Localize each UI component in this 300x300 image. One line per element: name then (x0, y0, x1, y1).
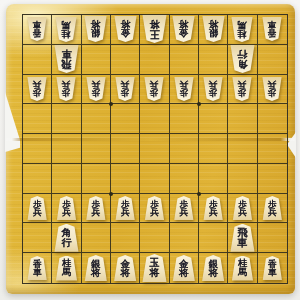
square-2-8[interactable]: 飛車 (228, 223, 257, 253)
piece-gote-gold[interactable]: 金将 (114, 16, 137, 42)
square-1-6[interactable] (258, 164, 287, 194)
piece-sente-pawn[interactable]: 歩兵 (86, 196, 106, 220)
square-8-3[interactable]: 歩兵 (52, 75, 81, 105)
square-5-4[interactable] (140, 104, 169, 134)
piece-face: 歩兵 (174, 77, 194, 101)
square-5-6[interactable] (140, 164, 169, 194)
square-7-1[interactable]: 銀将 (82, 15, 111, 45)
square-6-3[interactable]: 歩兵 (111, 75, 140, 105)
square-6-5[interactable] (111, 134, 140, 164)
piece-face: 歩兵 (203, 196, 223, 220)
piece-kanji: 車 (33, 21, 42, 29)
fold-gap-left (5, 92, 20, 152)
square-5-7[interactable]: 歩兵 (140, 194, 169, 224)
square-4-8[interactable] (170, 223, 199, 253)
piece-kanji: 将 (179, 20, 189, 29)
piece-kanji: 行 (61, 238, 71, 248)
square-9-7[interactable]: 歩兵 (23, 194, 52, 224)
piece-gote-gold[interactable]: 金将 (172, 16, 195, 42)
piece-kanji: 兵 (209, 81, 218, 89)
star-point (197, 102, 201, 106)
piece-kanji: 馬 (238, 21, 247, 30)
piece-gote-pawn[interactable]: 歩兵 (115, 77, 135, 101)
piece-gote-pawn[interactable]: 歩兵 (27, 77, 47, 101)
piece-kanji: 歩 (238, 89, 247, 97)
square-3-8[interactable] (199, 223, 228, 253)
piece-sente-silver[interactable]: 銀将 (84, 255, 107, 281)
square-3-3[interactable]: 歩兵 (199, 75, 228, 105)
piece-kanji: 将 (179, 268, 189, 277)
piece-face: 銀将 (84, 16, 107, 42)
piece-face: 銀将 (202, 16, 225, 42)
piece-kanji: 車 (33, 268, 42, 276)
piece-kanji: 香 (33, 29, 42, 37)
piece-gote-rook[interactable]: 飛車 (54, 45, 79, 73)
square-1-1[interactable]: 香車 (258, 15, 287, 45)
square-9-8[interactable] (23, 223, 52, 253)
piece-face: 歩兵 (144, 196, 164, 220)
piece-kanji: 兵 (92, 208, 101, 216)
piece-sente-pawn[interactable]: 歩兵 (203, 196, 223, 220)
piece-sente-gold[interactable]: 金将 (172, 255, 195, 281)
square-9-5[interactable] (23, 134, 52, 164)
piece-face: 歩兵 (115, 77, 135, 101)
piece-gote-pawn[interactable]: 歩兵 (86, 77, 106, 101)
square-4-7[interactable]: 歩兵 (170, 194, 199, 224)
piece-kanji: 飛 (61, 59, 71, 69)
piece-face: 歩兵 (56, 77, 76, 101)
piece-sente-rook[interactable]: 飛車 (230, 224, 255, 252)
piece-kanji: 歩 (180, 89, 189, 97)
square-1-8[interactable] (258, 223, 287, 253)
piece-kanji: 兵 (268, 81, 277, 89)
square-8-5[interactable] (52, 134, 81, 164)
square-4-9[interactable]: 金将 (170, 253, 199, 283)
square-2-4[interactable] (228, 104, 257, 134)
piece-kanji: 銀 (208, 29, 218, 38)
square-7-5[interactable] (82, 134, 111, 164)
star-point (109, 102, 113, 106)
piece-face: 銀将 (84, 255, 107, 281)
piece-kanji: 金 (120, 29, 130, 38)
square-4-4[interactable] (170, 104, 199, 134)
piece-sente-bishop[interactable]: 角行 (54, 224, 79, 252)
piece-sente-knight[interactable]: 桂馬 (55, 256, 77, 281)
piece-face: 金将 (114, 16, 137, 42)
piece-kanji: 兵 (150, 81, 159, 89)
piece-sente-knight[interactable]: 桂馬 (231, 256, 253, 281)
piece-face: 歩兵 (27, 196, 47, 220)
piece-face: 王将 (142, 15, 167, 43)
piece-gote-silver[interactable]: 銀将 (202, 16, 225, 42)
piece-kanji: 歩 (92, 89, 101, 97)
piece-gote-lance[interactable]: 香車 (262, 17, 282, 41)
piece-kanji: 行 (237, 49, 247, 59)
piece-kanji: 兵 (150, 208, 159, 216)
square-2-5[interactable] (228, 134, 257, 164)
piece-kanji: 車 (268, 268, 277, 276)
piece-sente-pawn[interactable]: 歩兵 (174, 196, 194, 220)
photo-background: 香車桂馬銀将金将王将金将銀将桂馬香車飛車角行歩兵歩兵歩兵歩兵歩兵歩兵歩兵歩兵歩兵… (0, 0, 300, 300)
square-5-2[interactable] (140, 45, 169, 75)
piece-sente-pawn[interactable]: 歩兵 (115, 196, 135, 220)
square-4-5[interactable] (170, 134, 199, 164)
piece-face: 歩兵 (174, 196, 194, 220)
piece-face: 香車 (262, 17, 282, 41)
piece-face: 飛車 (54, 45, 79, 73)
piece-gote-silver[interactable]: 銀将 (84, 16, 107, 42)
square-6-6[interactable] (111, 164, 140, 194)
square-2-9[interactable]: 桂馬 (228, 253, 257, 283)
piece-sente-pawn[interactable]: 歩兵 (262, 196, 282, 220)
piece-kanji: 歩 (121, 89, 130, 97)
square-1-9[interactable]: 香車 (258, 253, 287, 283)
square-9-2[interactable] (23, 45, 52, 75)
piece-face: 金将 (172, 255, 195, 281)
square-3-6[interactable] (199, 164, 228, 194)
piece-sente-pawn[interactable]: 歩兵 (144, 196, 164, 220)
piece-kanji: 将 (91, 20, 101, 29)
square-8-8[interactable]: 角行 (52, 223, 81, 253)
piece-kanji: 将 (149, 268, 159, 278)
piece-sente-silver[interactable]: 銀将 (202, 255, 225, 281)
square-1-2[interactable] (258, 45, 287, 75)
piece-sente-pawn[interactable]: 歩兵 (232, 196, 252, 220)
piece-face: 金将 (114, 255, 137, 281)
square-4-1[interactable]: 金将 (170, 15, 199, 45)
piece-kanji: 兵 (92, 81, 101, 89)
square-4-3[interactable]: 歩兵 (170, 75, 199, 105)
piece-kanji: 兵 (268, 208, 277, 216)
square-6-9[interactable]: 金将 (111, 253, 140, 283)
piece-gote-king[interactable]: 王将 (142, 15, 167, 43)
square-6-2[interactable] (111, 45, 140, 75)
square-8-2[interactable]: 飛車 (52, 45, 81, 75)
square-3-4[interactable] (199, 104, 228, 134)
piece-kanji: 兵 (33, 81, 42, 89)
piece-face: 歩兵 (144, 77, 164, 101)
square-3-9[interactable]: 銀将 (199, 253, 228, 283)
piece-face: 桂馬 (55, 256, 77, 281)
piece-kanji: 兵 (238, 208, 247, 216)
piece-kanji: 香 (268, 29, 277, 37)
shogi-board: 香車桂馬銀将金将王将金将銀将桂馬香車飛車角行歩兵歩兵歩兵歩兵歩兵歩兵歩兵歩兵歩兵… (6, 4, 295, 294)
piece-kanji: 車 (237, 238, 247, 248)
square-5-3[interactable]: 歩兵 (140, 75, 169, 105)
square-2-2[interactable]: 角行 (228, 45, 257, 75)
square-6-8[interactable] (111, 223, 140, 253)
square-2-7[interactable]: 歩兵 (228, 194, 257, 224)
piece-kanji: 将 (149, 20, 159, 30)
piece-face: 桂馬 (231, 256, 253, 281)
piece-sente-pawn[interactable]: 歩兵 (56, 196, 76, 220)
piece-face: 香車 (27, 256, 47, 280)
fold-gap-right (287, 132, 296, 158)
square-1-3[interactable]: 歩兵 (258, 75, 287, 105)
piece-face: 桂馬 (231, 17, 253, 42)
piece-kanji: 兵 (121, 81, 130, 89)
piece-gote-pawn[interactable]: 歩兵 (262, 77, 282, 101)
square-2-1[interactable]: 桂馬 (228, 15, 257, 45)
piece-sente-pawn[interactable]: 歩兵 (27, 196, 47, 220)
piece-face: 桂馬 (55, 17, 77, 42)
piece-sente-lance[interactable]: 香車 (27, 256, 47, 280)
piece-gote-pawn[interactable]: 歩兵 (232, 77, 252, 101)
piece-face: 角行 (230, 45, 255, 73)
square-7-4[interactable] (82, 104, 111, 134)
piece-face: 玉将 (142, 254, 167, 282)
piece-face: 金将 (172, 16, 195, 42)
piece-kanji: 歩 (150, 89, 159, 97)
square-8-1[interactable]: 桂馬 (52, 15, 81, 45)
square-7-7[interactable]: 歩兵 (82, 194, 111, 224)
piece-face: 歩兵 (27, 77, 47, 101)
piece-kanji: 馬 (62, 21, 71, 30)
piece-gote-pawn[interactable]: 歩兵 (203, 77, 223, 101)
piece-gote-pawn[interactable]: 歩兵 (56, 77, 76, 101)
square-5-9[interactable]: 玉将 (140, 253, 169, 283)
square-8-4[interactable] (52, 104, 81, 134)
piece-face: 銀将 (202, 255, 225, 281)
piece-gote-pawn[interactable]: 歩兵 (174, 77, 194, 101)
piece-kanji: 桂 (62, 29, 71, 38)
piece-kanji: 将 (91, 268, 101, 277)
piece-kanji: 車 (268, 21, 277, 29)
piece-kanji: 金 (179, 29, 189, 38)
square-1-7[interactable]: 歩兵 (258, 194, 287, 224)
piece-kanji: 馬 (238, 268, 247, 277)
piece-kanji: 車 (61, 49, 71, 59)
square-6-4[interactable] (111, 104, 140, 134)
square-8-7[interactable]: 歩兵 (52, 194, 81, 224)
square-1-4[interactable] (258, 104, 287, 134)
piece-kanji: 王 (149, 29, 159, 39)
square-9-9[interactable]: 香車 (23, 253, 52, 283)
piece-sente-lance[interactable]: 香車 (262, 256, 282, 280)
piece-face: 香車 (27, 17, 47, 41)
piece-kanji: 将 (120, 268, 130, 277)
piece-gote-bishop[interactable]: 角行 (230, 45, 255, 73)
piece-kanji: 兵 (33, 208, 42, 216)
square-8-9[interactable]: 桂馬 (52, 253, 81, 283)
square-7-9[interactable]: 銀将 (82, 253, 111, 283)
piece-face: 歩兵 (232, 196, 252, 220)
square-7-2[interactable] (82, 45, 111, 75)
piece-kanji: 桂 (238, 29, 247, 38)
piece-face: 歩兵 (86, 196, 106, 220)
piece-kanji: 兵 (62, 81, 71, 89)
piece-kanji: 兵 (209, 208, 218, 216)
piece-face: 歩兵 (86, 77, 106, 101)
square-2-6[interactable] (228, 164, 257, 194)
square-6-1[interactable]: 金将 (111, 15, 140, 45)
piece-face: 角行 (54, 224, 79, 252)
piece-sente-king[interactable]: 玉将 (142, 254, 167, 282)
piece-gote-pawn[interactable]: 歩兵 (144, 77, 164, 101)
square-2-3[interactable]: 歩兵 (228, 75, 257, 105)
square-1-5[interactable] (258, 134, 287, 164)
piece-kanji: 兵 (121, 208, 130, 216)
square-9-1[interactable]: 香車 (23, 15, 52, 45)
square-8-6[interactable] (52, 164, 81, 194)
piece-gote-knight[interactable]: 桂馬 (55, 17, 77, 42)
piece-kanji: 歩 (33, 89, 42, 97)
piece-face: 歩兵 (262, 77, 282, 101)
piece-kanji: 歩 (209, 89, 218, 97)
square-7-8[interactable] (82, 223, 111, 253)
piece-kanji: 歩 (268, 89, 277, 97)
piece-kanji: 角 (237, 59, 247, 69)
piece-face: 飛車 (230, 224, 255, 252)
square-9-6[interactable] (23, 164, 52, 194)
piece-kanji: 将 (120, 20, 130, 29)
square-6-7[interactable]: 歩兵 (111, 194, 140, 224)
piece-face: 歩兵 (115, 196, 135, 220)
star-point (109, 192, 113, 196)
piece-kanji: 兵 (180, 208, 189, 216)
piece-sente-gold[interactable]: 金将 (114, 255, 137, 281)
piece-kanji: 将 (208, 268, 218, 277)
star-point (197, 192, 201, 196)
piece-face: 歩兵 (232, 77, 252, 101)
square-3-2[interactable] (199, 45, 228, 75)
board-grid: 香車桂馬銀将金将王将金将銀将桂馬香車飛車角行歩兵歩兵歩兵歩兵歩兵歩兵歩兵歩兵歩兵… (22, 14, 288, 284)
piece-face: 香車 (262, 256, 282, 280)
square-9-3[interactable]: 歩兵 (23, 75, 52, 105)
square-3-5[interactable] (199, 134, 228, 164)
piece-gote-lance[interactable]: 香車 (27, 17, 47, 41)
piece-kanji: 将 (208, 20, 218, 29)
square-5-1[interactable]: 王将 (140, 15, 169, 45)
square-7-6[interactable] (82, 164, 111, 194)
piece-kanji: 歩 (62, 89, 71, 97)
piece-kanji: 馬 (62, 268, 71, 277)
piece-kanji: 兵 (62, 208, 71, 216)
square-5-8[interactable] (140, 223, 169, 253)
square-3-1[interactable]: 銀将 (199, 15, 228, 45)
square-5-5[interactable] (140, 134, 169, 164)
piece-gote-knight[interactable]: 桂馬 (231, 17, 253, 42)
square-9-4[interactable] (23, 104, 52, 134)
square-3-7[interactable]: 歩兵 (199, 194, 228, 224)
square-4-6[interactable] (170, 164, 199, 194)
piece-face: 歩兵 (203, 77, 223, 101)
piece-kanji: 兵 (238, 81, 247, 89)
piece-face: 歩兵 (262, 196, 282, 220)
piece-kanji: 兵 (180, 81, 189, 89)
square-4-2[interactable] (170, 45, 199, 75)
piece-kanji: 銀 (91, 29, 101, 38)
piece-face: 歩兵 (56, 196, 76, 220)
square-7-3[interactable]: 歩兵 (82, 75, 111, 105)
